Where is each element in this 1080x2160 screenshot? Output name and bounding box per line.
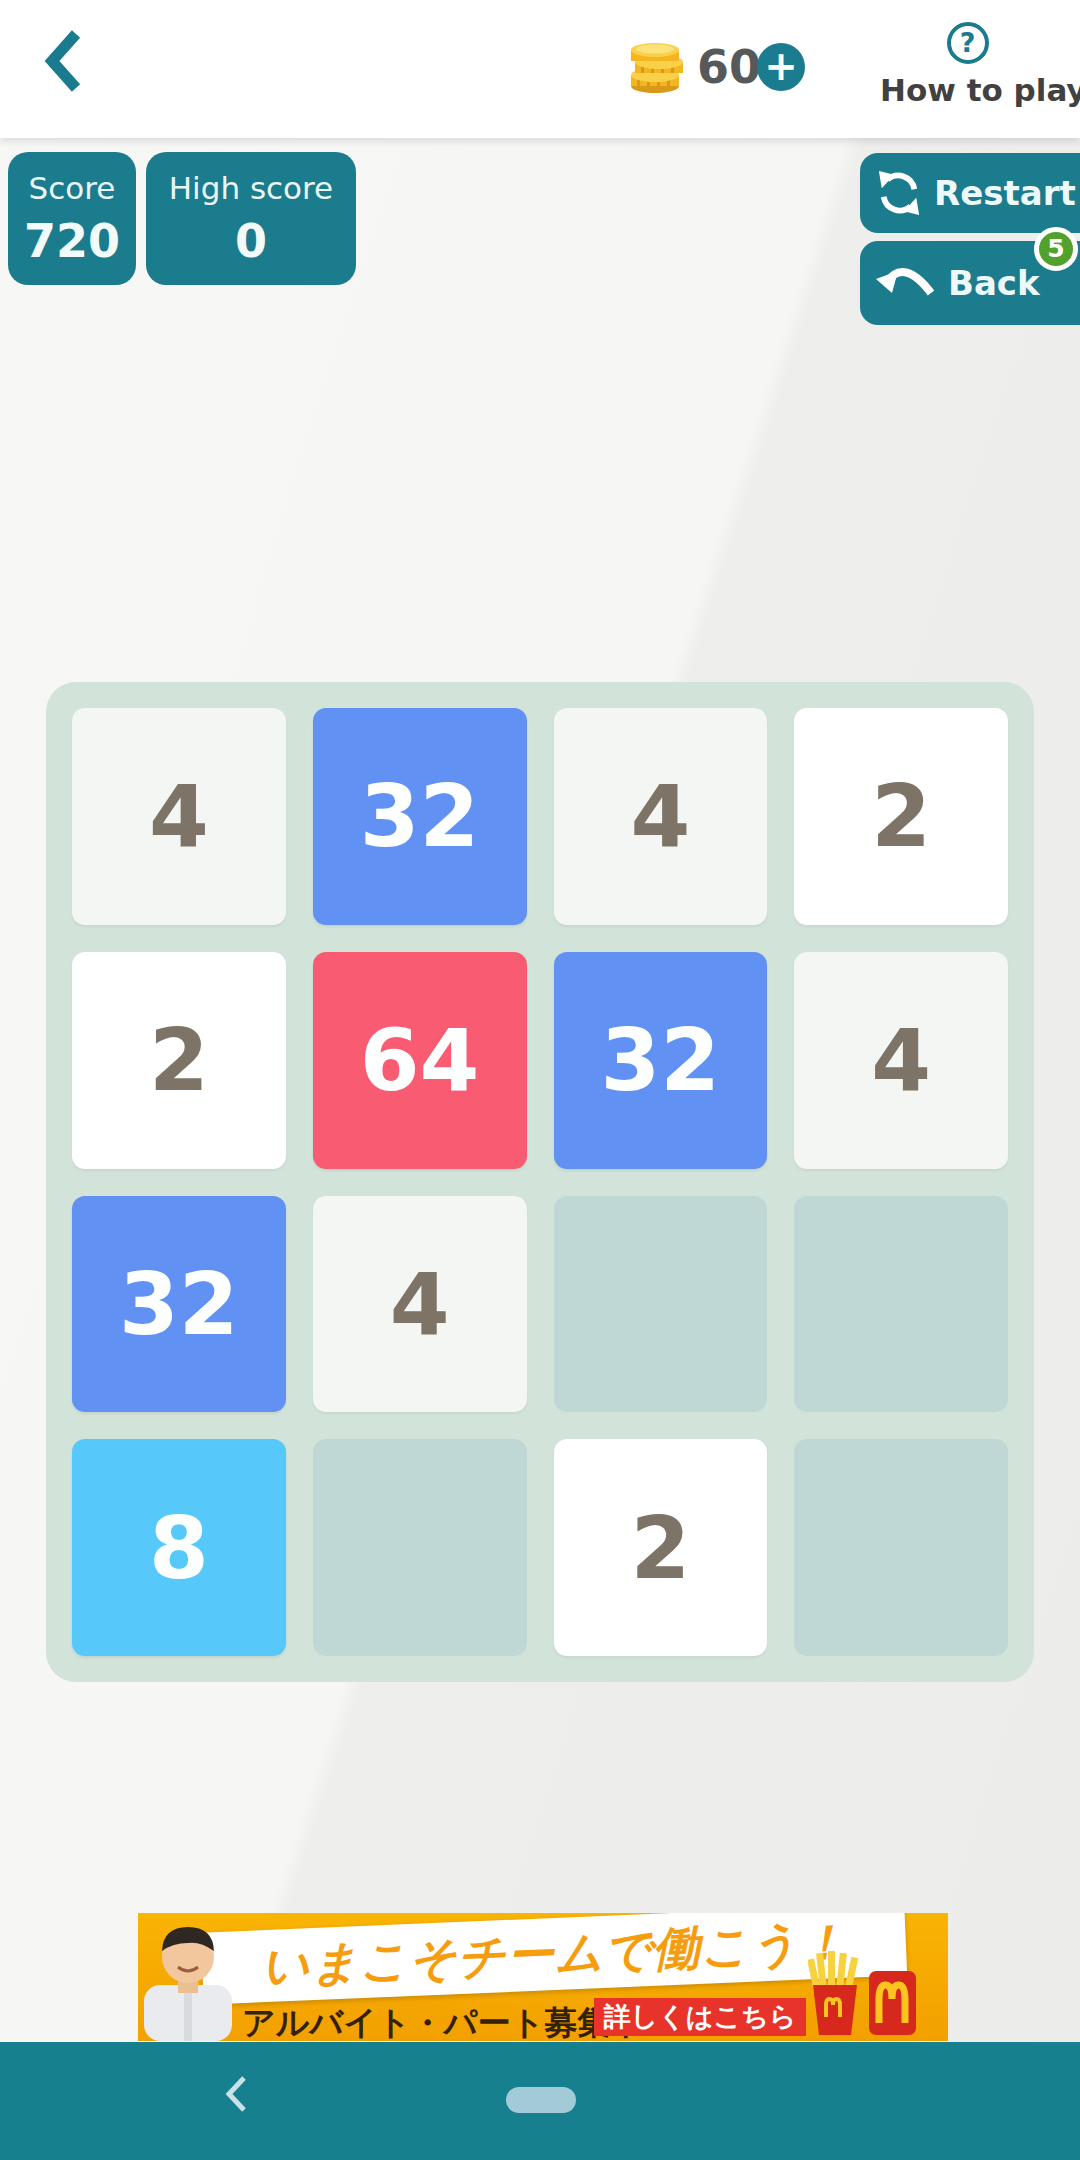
plus-icon: + xyxy=(764,43,798,89)
tile-r1c4: 2 xyxy=(794,708,1008,925)
undo-count-badge: 5 xyxy=(1034,227,1078,271)
ad-headline: いまこそチームで働こう！ xyxy=(260,1913,848,1998)
coin-stack-icon xyxy=(629,42,683,94)
game-board[interactable]: 4 32 4 2 2 64 32 4 32 4 8 2 xyxy=(46,682,1034,1682)
ad-headline-band: いまこそチームで働こう！ xyxy=(201,1913,907,2005)
app-screen: 60 + ? How to play Score 720 High score … xyxy=(0,0,1080,2160)
home-indicator[interactable] xyxy=(506,2087,576,2113)
top-bar: 60 + ? How to play xyxy=(0,0,1080,138)
back-chevron-icon xyxy=(40,26,88,96)
refresh-icon xyxy=(876,170,922,216)
help-icon: ? xyxy=(947,22,989,64)
tile-r1c3: 4 xyxy=(554,708,768,925)
high-score-value: 0 xyxy=(146,214,356,268)
ad-subheadline: アルバイト・パート募集中 xyxy=(242,2001,643,2041)
undo-icon xyxy=(876,265,936,301)
coin-count: 60 xyxy=(697,38,757,98)
score-badge: Score 720 xyxy=(8,152,136,285)
how-to-play-button[interactable]: ? How to play xyxy=(880,22,1055,108)
tile-r2c4: 4 xyxy=(794,952,1008,1169)
tile-r3c4 xyxy=(794,1196,1008,1413)
tile-r1c2: 32 xyxy=(313,708,527,925)
back-button[interactable] xyxy=(40,26,88,96)
tile-r3c3 xyxy=(554,1196,768,1413)
add-coins-button[interactable]: + xyxy=(757,43,805,91)
nav-back-icon[interactable] xyxy=(224,2074,248,2114)
tile-r2c3: 32 xyxy=(554,952,768,1169)
bottom-nav-bar xyxy=(0,2042,1080,2160)
tile-r3c1: 32 xyxy=(72,1196,286,1413)
score-value: 720 xyxy=(8,214,136,268)
ad-banner[interactable]: いまこそチームで働こう！ アルバイト・パート募集中 詳しくはこちら xyxy=(138,1913,948,2041)
tile-r3c2: 4 xyxy=(313,1196,527,1413)
tile-r4c1: 8 xyxy=(72,1439,286,1656)
tile-r4c3: 2 xyxy=(554,1439,768,1656)
tile-r1c1: 4 xyxy=(72,708,286,925)
back-label: Back xyxy=(948,263,1040,303)
mcdonalds-logo xyxy=(869,1971,916,2035)
high-score-label: High score xyxy=(146,170,356,206)
how-to-play-label: How to play xyxy=(880,72,1055,108)
high-score-badge: High score 0 xyxy=(146,152,356,285)
restart-label: Restart xyxy=(934,173,1076,213)
ad-cta-button[interactable]: 詳しくはこちら xyxy=(594,1998,806,2036)
tile-r4c4 xyxy=(794,1439,1008,1656)
score-label: Score xyxy=(8,170,136,206)
fries-icon xyxy=(808,1951,862,2037)
restart-button[interactable]: Restart xyxy=(860,153,1080,233)
tile-r4c2 xyxy=(313,1439,527,1656)
tile-r2c1: 2 xyxy=(72,952,286,1169)
tile-r2c2: 64 xyxy=(313,952,527,1169)
ad-person-photo xyxy=(138,1915,236,2041)
